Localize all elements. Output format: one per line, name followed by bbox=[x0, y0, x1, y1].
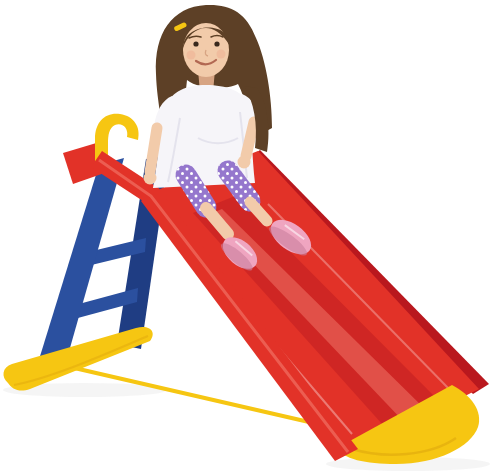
girl-eye-left bbox=[193, 41, 198, 46]
girl-cheek-left bbox=[187, 51, 196, 60]
girl-hand-right bbox=[238, 156, 251, 169]
girl-cheek-right bbox=[217, 50, 226, 59]
girl-arm-left bbox=[150, 128, 157, 172]
product-photo bbox=[0, 0, 500, 475]
girl-hand-left bbox=[144, 172, 157, 185]
scene-svg bbox=[0, 0, 500, 475]
girl-arm-right bbox=[246, 122, 254, 156]
girl-eye-right bbox=[214, 41, 219, 46]
